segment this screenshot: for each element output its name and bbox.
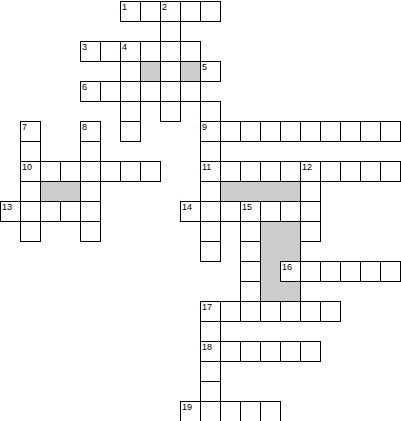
- cell-r10c10[interactable]: [200, 201, 221, 222]
- cell-r17c12[interactable]: [240, 341, 261, 362]
- cell-r6c14[interactable]: [280, 121, 301, 142]
- cell-r6c13[interactable]: [260, 121, 281, 142]
- cell-r20c11[interactable]: [220, 401, 241, 421]
- cell-r10c0[interactable]: [0, 201, 21, 222]
- cell-r13c16[interactable]: [320, 261, 341, 282]
- cell-r6c18[interactable]: [360, 121, 381, 142]
- cell-r14c12[interactable]: [240, 281, 261, 302]
- cell-r9c15[interactable]: [300, 181, 321, 202]
- cell-r10c14[interactable]: [280, 201, 301, 222]
- cell-r5c8[interactable]: [160, 101, 181, 122]
- cell-r0c9[interactable]: [180, 1, 201, 22]
- cell-r2c7[interactable]: [140, 41, 161, 62]
- cell-r9c4[interactable]: [80, 181, 101, 202]
- cell-r1c8[interactable]: [160, 21, 181, 42]
- cell-r10c3[interactable]: [60, 201, 81, 222]
- cell-r8c10[interactable]: [200, 161, 221, 182]
- cell-r12c12[interactable]: [240, 241, 261, 262]
- cell-r6c6[interactable]: [120, 121, 141, 142]
- cell-r2c9[interactable]: [180, 41, 201, 62]
- cell-r5c6[interactable]: [120, 101, 141, 122]
- cell-r15c11[interactable]: [220, 301, 241, 322]
- cell-r13c19[interactable]: [380, 261, 401, 282]
- cell-r8c18[interactable]: [360, 161, 381, 182]
- cell-r6c19[interactable]: [380, 121, 401, 142]
- cell-r0c6[interactable]: [120, 1, 141, 22]
- cell-r20c13[interactable]: [260, 401, 281, 421]
- cell-r3c10[interactable]: [200, 61, 221, 82]
- cell-r15c12[interactable]: [240, 301, 261, 322]
- shaded-block: [140, 61, 161, 82]
- cell-r20c9[interactable]: [180, 401, 201, 421]
- cell-r15c14[interactable]: [280, 301, 301, 322]
- cell-r0c7[interactable]: [140, 1, 161, 22]
- cell-r19c10[interactable]: [200, 381, 221, 402]
- cell-r10c11[interactable]: [220, 201, 241, 222]
- cell-r8c3[interactable]: [60, 161, 81, 182]
- cell-r4c6[interactable]: [120, 81, 141, 102]
- cell-r8c19[interactable]: [380, 161, 401, 182]
- cell-r4c8[interactable]: [160, 81, 181, 102]
- cell-r8c17[interactable]: [340, 161, 361, 182]
- cell-r2c5[interactable]: [100, 41, 121, 62]
- cell-r9c10[interactable]: [200, 181, 221, 202]
- cell-r5c10[interactable]: [200, 101, 221, 122]
- cell-r10c15[interactable]: [300, 201, 321, 222]
- cell-r13c14[interactable]: [280, 261, 301, 282]
- cell-r17c10[interactable]: [200, 341, 221, 362]
- cell-r11c15[interactable]: [300, 221, 321, 242]
- cell-r8c1[interactable]: [20, 161, 41, 182]
- cell-r17c13[interactable]: [260, 341, 281, 362]
- cell-r8c13[interactable]: [260, 161, 281, 182]
- cell-r13c18[interactable]: [360, 261, 381, 282]
- cell-r18c10[interactable]: [200, 361, 221, 382]
- cell-r6c10[interactable]: [200, 121, 221, 142]
- cell-r13c15[interactable]: [300, 261, 321, 282]
- cell-r17c11[interactable]: [220, 341, 241, 362]
- cell-r8c16[interactable]: [320, 161, 341, 182]
- cell-r10c9[interactable]: [180, 201, 201, 222]
- cell-r2c8[interactable]: [160, 41, 181, 62]
- cell-r8c6[interactable]: [120, 161, 141, 182]
- cell-r20c10[interactable]: [200, 401, 221, 421]
- cell-r8c15[interactable]: [300, 161, 321, 182]
- cell-r6c4[interactable]: [80, 121, 101, 142]
- cell-r10c1[interactable]: [20, 201, 41, 222]
- cell-r10c13[interactable]: [260, 201, 281, 222]
- cell-r8c14[interactable]: [280, 161, 301, 182]
- cell-r17c14[interactable]: [280, 341, 301, 362]
- cell-r0c8[interactable]: [160, 1, 181, 22]
- cell-r11c10[interactable]: [200, 221, 221, 242]
- cell-r6c17[interactable]: [340, 121, 361, 142]
- cell-r6c15[interactable]: [300, 121, 321, 142]
- cell-r11c12[interactable]: [240, 221, 261, 242]
- cell-r13c12[interactable]: [240, 261, 261, 282]
- cell-r15c10[interactable]: [200, 301, 221, 322]
- cell-r20c12[interactable]: [240, 401, 261, 421]
- cell-r6c11[interactable]: [220, 121, 241, 142]
- cell-r7c1[interactable]: [20, 141, 41, 162]
- cell-r6c16[interactable]: [320, 121, 341, 142]
- cell-r15c13[interactable]: [260, 301, 281, 322]
- cell-r8c11[interactable]: [220, 161, 241, 182]
- cell-r4c9[interactable]: [180, 81, 201, 102]
- cell-r17c15[interactable]: [300, 341, 321, 362]
- cell-r13c17[interactable]: [340, 261, 361, 282]
- cell-r10c4[interactable]: [80, 201, 101, 222]
- cell-r2c4[interactable]: [80, 41, 101, 62]
- shaded-block: [220, 181, 301, 202]
- cell-r6c12[interactable]: [240, 121, 261, 142]
- cell-r10c12[interactable]: [240, 201, 261, 222]
- cell-r8c4[interactable]: [80, 161, 101, 182]
- cell-r7c10[interactable]: [200, 141, 221, 162]
- cell-r4c7[interactable]: [140, 81, 161, 102]
- cell-r15c16[interactable]: [320, 301, 341, 322]
- cell-r7c4[interactable]: [80, 141, 101, 162]
- cell-r0c10[interactable]: [200, 1, 221, 22]
- cell-r4c4[interactable]: [80, 81, 101, 102]
- cell-r2c6[interactable]: [120, 41, 141, 62]
- shaded-block: [40, 181, 81, 202]
- cell-r8c2[interactable]: [40, 161, 61, 182]
- cell-r9c1[interactable]: [20, 181, 41, 202]
- cell-r12c10[interactable]: [200, 241, 221, 262]
- cell-r8c5[interactable]: [100, 161, 121, 182]
- cell-r6c1[interactable]: [20, 121, 41, 142]
- crossword-grid: 12345678910111213141516171819: [0, 0, 401, 421]
- cell-r11c4[interactable]: [80, 221, 101, 242]
- cell-r4c5[interactable]: [100, 81, 121, 102]
- cell-r15c15[interactable]: [300, 301, 321, 322]
- cell-r3c6[interactable]: [120, 61, 141, 82]
- cell-r8c12[interactable]: [240, 161, 261, 182]
- cell-r10c2[interactable]: [40, 201, 61, 222]
- cell-r16c10[interactable]: [200, 321, 221, 342]
- cell-r3c8[interactable]: [160, 61, 181, 82]
- cell-r11c1[interactable]: [20, 221, 41, 242]
- cell-r8c7[interactable]: [140, 161, 161, 182]
- shaded-block: [180, 61, 201, 82]
